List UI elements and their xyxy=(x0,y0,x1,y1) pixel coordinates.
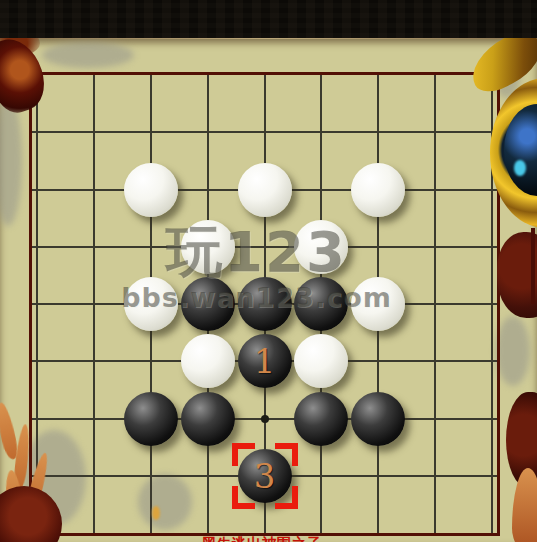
black-stone[interactable] xyxy=(181,392,235,446)
black-stone[interactable] xyxy=(294,277,348,331)
black-stone[interactable] xyxy=(124,392,178,446)
marker-corner xyxy=(275,486,298,509)
white-stone[interactable] xyxy=(181,334,235,388)
grid-line xyxy=(32,246,497,248)
marker-corner xyxy=(232,443,255,466)
smudge-art xyxy=(496,316,530,386)
black-stone[interactable]: 1 xyxy=(238,334,292,388)
white-stone[interactable] xyxy=(351,277,405,331)
last-move-marker xyxy=(232,443,298,509)
white-stone[interactable] xyxy=(351,163,405,217)
black-stone[interactable] xyxy=(294,392,348,446)
white-stone[interactable] xyxy=(294,220,348,274)
marker-corner xyxy=(232,486,255,509)
white-stone[interactable] xyxy=(124,163,178,217)
smudge-art xyxy=(42,42,134,68)
caption-text: 黑先逃出被围之子 xyxy=(0,535,537,542)
marker-corner xyxy=(275,443,298,466)
black-stone[interactable] xyxy=(238,277,292,331)
title-bar xyxy=(0,0,537,38)
white-stone[interactable] xyxy=(181,220,235,274)
black-stone[interactable] xyxy=(351,392,405,446)
star-point xyxy=(261,415,269,423)
black-stone[interactable]: 3 xyxy=(238,449,292,503)
black-stone[interactable] xyxy=(181,277,235,331)
white-stone[interactable] xyxy=(124,277,178,331)
white-stone[interactable] xyxy=(238,163,292,217)
grid-line xyxy=(32,131,497,133)
go-problem-viewer: 13 玩123 bbs.wan123.com 《逃子》（三） 黑先逃出被围之子 xyxy=(0,0,537,542)
move-number-label: 1 xyxy=(254,344,276,378)
